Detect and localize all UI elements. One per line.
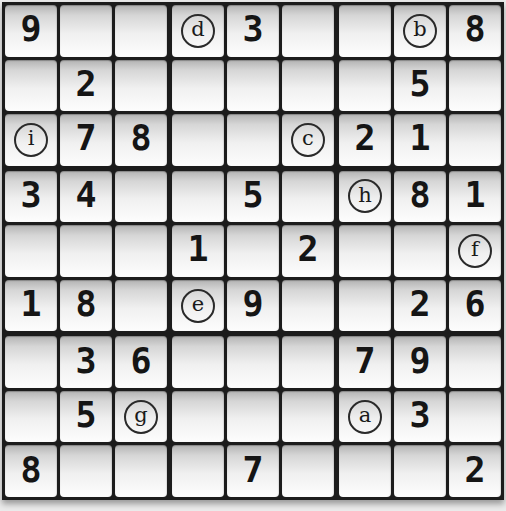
sudoku-cell[interactable]: 6: [115, 336, 167, 388]
sudoku-cell[interactable]: f: [449, 225, 501, 277]
sudoku-cell[interactable]: [115, 225, 167, 277]
sudoku-cell[interactable]: 8: [115, 114, 167, 166]
given-digit: 3: [242, 12, 263, 47]
given-digit: 3: [409, 398, 430, 433]
sudoku-cell[interactable]: 6: [449, 280, 501, 332]
given-digit: 8: [20, 453, 41, 488]
sudoku-cell[interactable]: 5: [60, 391, 112, 443]
sudoku-box: 92i78: [5, 5, 167, 166]
sudoku-cell[interactable]: [5, 391, 57, 443]
given-digit: 7: [75, 121, 96, 156]
sudoku-cell[interactable]: [394, 225, 446, 277]
sudoku-cell[interactable]: [339, 5, 391, 57]
sudoku-cell[interactable]: e: [172, 280, 224, 332]
sudoku-cell[interactable]: 5: [227, 171, 279, 223]
sudoku-cell[interactable]: [60, 5, 112, 57]
sudoku-cell[interactable]: 8: [60, 280, 112, 332]
sudoku-cell[interactable]: 1: [5, 280, 57, 332]
sudoku-cell[interactable]: [282, 5, 334, 57]
sudoku-cell[interactable]: [449, 60, 501, 112]
given-digit: 9: [242, 287, 263, 322]
sudoku-cell[interactable]: [172, 336, 224, 388]
sudoku-box: 7: [172, 336, 334, 497]
sudoku-cell[interactable]: [172, 60, 224, 112]
given-digit: 2: [409, 287, 430, 322]
given-digit: 7: [242, 453, 263, 488]
sudoku-cell[interactable]: 2: [282, 225, 334, 277]
sudoku-cell[interactable]: 7: [60, 114, 112, 166]
sudoku-cell[interactable]: 9: [5, 5, 57, 57]
sudoku-cell[interactable]: c: [282, 114, 334, 166]
circled-letter: g: [124, 400, 158, 434]
sudoku-cell[interactable]: 1: [172, 225, 224, 277]
given-digit: 2: [297, 232, 318, 267]
sudoku-cell[interactable]: [5, 336, 57, 388]
sudoku-cell[interactable]: [449, 114, 501, 166]
sudoku-cell[interactable]: 1: [394, 114, 446, 166]
sudoku-cell[interactable]: 5: [394, 60, 446, 112]
given-digit: 8: [409, 178, 430, 213]
sudoku-cell[interactable]: [227, 336, 279, 388]
circled-letter: b: [403, 14, 437, 48]
given-digit: 1: [187, 232, 208, 267]
sudoku-cell[interactable]: [172, 391, 224, 443]
sudoku-cell[interactable]: d: [172, 5, 224, 57]
sudoku-cell[interactable]: [282, 171, 334, 223]
sudoku-cell[interactable]: [227, 391, 279, 443]
sudoku-cell[interactable]: 8: [449, 5, 501, 57]
sudoku-cell[interactable]: 8: [5, 445, 57, 497]
given-digit: 5: [75, 398, 96, 433]
sudoku-cell[interactable]: 3: [227, 5, 279, 57]
given-digit: 2: [75, 67, 96, 102]
sudoku-box: 512e9: [172, 171, 334, 332]
circled-letter: f: [458, 234, 492, 268]
sudoku-cell[interactable]: [282, 60, 334, 112]
given-digit: 9: [20, 12, 41, 47]
circled-letter: c: [291, 123, 325, 157]
sudoku-board: 92i78d3cb85213418512e9h81f26365g8779a32: [2, 2, 504, 500]
sudoku-cell[interactable]: h: [339, 171, 391, 223]
sudoku-cell[interactable]: i: [5, 114, 57, 166]
sudoku-cell[interactable]: 3: [60, 336, 112, 388]
given-digit: 8: [464, 12, 485, 47]
sudoku-box: b8521: [339, 5, 501, 166]
given-digit: 6: [130, 344, 151, 379]
circled-letter: h: [348, 179, 382, 213]
sudoku-cell[interactable]: [115, 5, 167, 57]
sudoku-cell[interactable]: [282, 280, 334, 332]
given-digit: 6: [464, 287, 485, 322]
given-digit: 5: [242, 178, 263, 213]
sudoku-cell[interactable]: [339, 280, 391, 332]
sudoku-box: 365g8: [5, 336, 167, 497]
sudoku-cell[interactable]: 4: [60, 171, 112, 223]
sudoku-cell[interactable]: 9: [394, 336, 446, 388]
sudoku-cell[interactable]: b: [394, 5, 446, 57]
sudoku-cell[interactable]: 2: [339, 114, 391, 166]
circled-letter: a: [348, 400, 382, 434]
sudoku-box: h81f26: [339, 171, 501, 332]
sudoku-cell[interactable]: 7: [227, 445, 279, 497]
sudoku-cell[interactable]: 2: [60, 60, 112, 112]
sudoku-cell[interactable]: [172, 171, 224, 223]
sudoku-box: 3418: [5, 171, 167, 332]
sudoku-cell[interactable]: [60, 445, 112, 497]
sudoku-cell[interactable]: [5, 60, 57, 112]
given-digit: 2: [464, 453, 485, 488]
sudoku-cell[interactable]: 3: [5, 171, 57, 223]
sudoku-cell[interactable]: [115, 445, 167, 497]
sudoku-cell[interactable]: [282, 445, 334, 497]
given-digit: 1: [464, 178, 485, 213]
given-digit: 4: [75, 178, 96, 213]
sudoku-cell[interactable]: 9: [227, 280, 279, 332]
sudoku-cell[interactable]: [172, 445, 224, 497]
sudoku-cell[interactable]: 1: [449, 171, 501, 223]
sudoku-cell[interactable]: [282, 336, 334, 388]
sudoku-cell[interactable]: [5, 225, 57, 277]
sudoku-cell[interactable]: a: [339, 391, 391, 443]
sudoku-cell[interactable]: [115, 171, 167, 223]
sudoku-cell[interactable]: 2: [449, 445, 501, 497]
sudoku-cell[interactable]: [172, 114, 224, 166]
sudoku-cell[interactable]: 3: [394, 391, 446, 443]
circled-letter: e: [181, 289, 215, 323]
sudoku-cell[interactable]: [60, 225, 112, 277]
page: 92i78d3cb85213418512e9h81f26365g8779a32: [0, 0, 506, 511]
sudoku-cell[interactable]: [394, 445, 446, 497]
sudoku-cell[interactable]: [115, 60, 167, 112]
given-digit: 3: [20, 178, 41, 213]
given-digit: 1: [20, 287, 41, 322]
sudoku-cell[interactable]: [339, 445, 391, 497]
sudoku-cell[interactable]: [115, 280, 167, 332]
sudoku-cell[interactable]: [227, 225, 279, 277]
sudoku-cell[interactable]: [227, 114, 279, 166]
given-digit: 8: [130, 121, 151, 156]
sudoku-cell[interactable]: 8: [394, 171, 446, 223]
sudoku-box: 79a32: [339, 336, 501, 497]
given-digit: 9: [409, 344, 430, 379]
sudoku-cell[interactable]: g: [115, 391, 167, 443]
sudoku-cell[interactable]: [282, 391, 334, 443]
given-digit: 7: [354, 344, 375, 379]
given-digit: 5: [409, 67, 430, 102]
given-digit: 1: [409, 121, 430, 156]
given-digit: 8: [75, 287, 96, 322]
sudoku-cell[interactable]: 2: [394, 280, 446, 332]
sudoku-box: d3c: [172, 5, 334, 166]
circled-letter: d: [181, 14, 215, 48]
sudoku-cell[interactable]: [449, 391, 501, 443]
sudoku-cell[interactable]: [449, 336, 501, 388]
given-digit: 2: [354, 121, 375, 156]
given-digit: 3: [75, 344, 96, 379]
sudoku-cell[interactable]: [227, 60, 279, 112]
circled-letter: i: [14, 123, 48, 157]
sudoku-cell[interactable]: [339, 60, 391, 112]
sudoku-cell[interactable]: [339, 225, 391, 277]
sudoku-cell[interactable]: 7: [339, 336, 391, 388]
